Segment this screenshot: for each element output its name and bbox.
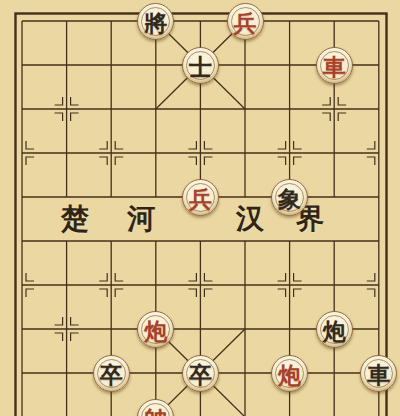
piece-glyph: 卒 bbox=[100, 363, 123, 386]
piece-red-soldier[interactable]: 兵 bbox=[182, 179, 219, 216]
piece-black-soldier[interactable]: 卒 bbox=[93, 355, 130, 392]
piece-black-advisor[interactable]: 士 bbox=[182, 47, 219, 84]
piece-black-elephant[interactable]: 象 bbox=[271, 179, 308, 216]
piece-red-chariot[interactable]: 車 bbox=[316, 47, 353, 84]
piece-glyph: 卒 bbox=[189, 363, 212, 386]
piece-black-cannon[interactable]: 炮 bbox=[316, 311, 353, 348]
piece-glyph: 炮 bbox=[144, 319, 167, 342]
piece-glyph: 車 bbox=[323, 55, 346, 78]
piece-glyph: 帥 bbox=[144, 407, 167, 416]
piece-glyph: 炮 bbox=[323, 319, 346, 342]
piece-glyph: 將 bbox=[144, 11, 167, 34]
piece-black-general[interactable]: 將 bbox=[137, 3, 174, 40]
piece-black-soldier[interactable]: 卒 bbox=[182, 355, 219, 392]
piece-red-cannon[interactable]: 炮 bbox=[137, 311, 174, 348]
piece-glyph: 象 bbox=[278, 187, 301, 210]
xiangqi-board: 楚河 汉界 將兵士車兵象炮炮卒卒炮車帥 bbox=[0, 0, 400, 416]
piece-black-chariot[interactable]: 車 bbox=[360, 355, 397, 392]
piece-glyph: 炮 bbox=[278, 363, 301, 386]
piece-glyph: 兵 bbox=[234, 11, 257, 34]
piece-red-soldier[interactable]: 兵 bbox=[227, 3, 264, 40]
piece-glyph: 車 bbox=[367, 363, 390, 386]
piece-glyph: 兵 bbox=[189, 187, 212, 210]
piece-glyph: 士 bbox=[189, 55, 212, 78]
piece-red-cannon[interactable]: 炮 bbox=[271, 355, 308, 392]
river-label-chu-he: 楚河 bbox=[61, 204, 193, 234]
